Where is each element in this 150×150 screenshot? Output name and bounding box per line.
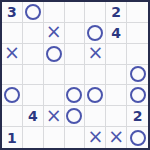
- cell-r5c7[interactable]: [127, 85, 148, 106]
- cross-mark: ×: [87, 127, 103, 146]
- clue-number: 4: [111, 25, 121, 39]
- clue-number: 1: [7, 130, 17, 144]
- cell-r6c7: 2: [127, 106, 148, 127]
- circle-mark: [130, 87, 146, 103]
- cell-r4c1[interactable]: [2, 65, 23, 86]
- cell-r3c5[interactable]: ×: [85, 44, 106, 65]
- cell-r6c1[interactable]: [2, 106, 23, 127]
- clue-number: 2: [133, 109, 143, 123]
- cell-r6c5[interactable]: [85, 106, 106, 127]
- cross-mark: ×: [87, 43, 103, 62]
- circle-mark: [46, 46, 62, 62]
- cell-r4c7[interactable]: [127, 65, 148, 86]
- cell-r1c5[interactable]: [85, 2, 106, 23]
- circle-mark: [130, 66, 146, 82]
- puzzle-board: 32×4××4×21××: [0, 0, 150, 150]
- cell-r6c4[interactable]: [65, 106, 86, 127]
- cell-r3c7[interactable]: [127, 44, 148, 65]
- cross-mark: ×: [46, 22, 62, 41]
- cell-r5c1[interactable]: [2, 85, 23, 106]
- cell-r2c4[interactable]: [65, 23, 86, 44]
- cell-r1c1: 3: [2, 2, 23, 23]
- cell-r1c4[interactable]: [65, 2, 86, 23]
- cell-r2c2[interactable]: [23, 23, 44, 44]
- clue-number: 4: [28, 109, 38, 123]
- cell-r6c3[interactable]: ×: [44, 106, 65, 127]
- circle-mark: [4, 87, 20, 103]
- cell-r2c3[interactable]: ×: [44, 23, 65, 44]
- cell-r1c7[interactable]: [127, 2, 148, 23]
- cross-mark: ×: [4, 43, 20, 62]
- cell-r1c6: 2: [106, 2, 127, 23]
- cell-r6c6[interactable]: [106, 106, 127, 127]
- circle-mark: [66, 108, 82, 124]
- cell-r5c2[interactable]: [23, 85, 44, 106]
- circle-mark: [66, 87, 82, 103]
- cell-r4c6[interactable]: [106, 65, 127, 86]
- cell-r4c5[interactable]: [85, 65, 106, 86]
- cell-r1c2[interactable]: [23, 2, 44, 23]
- cell-r3c3[interactable]: [44, 44, 65, 65]
- cell-r2c7[interactable]: [127, 23, 148, 44]
- cell-r3c2[interactable]: [23, 44, 44, 65]
- circle-mark: [87, 25, 103, 41]
- cell-r4c2[interactable]: [23, 65, 44, 86]
- cell-r4c3[interactable]: [44, 65, 65, 86]
- cell-r7c5[interactable]: ×: [85, 127, 106, 148]
- cell-r5c5[interactable]: [85, 85, 106, 106]
- cell-r7c1: 1: [2, 127, 23, 148]
- cell-r3c6[interactable]: [106, 44, 127, 65]
- cell-r4c4[interactable]: [65, 65, 86, 86]
- cell-r7c7[interactable]: [127, 127, 148, 148]
- clue-number: 2: [111, 4, 121, 18]
- cell-r7c2[interactable]: [23, 127, 44, 148]
- cell-r7c4[interactable]: [65, 127, 86, 148]
- cell-r3c1[interactable]: ×: [2, 44, 23, 65]
- circle-mark: [130, 130, 146, 146]
- cell-r3c4[interactable]: [65, 44, 86, 65]
- cell-r5c4[interactable]: [65, 85, 86, 106]
- cell-r6c2: 4: [23, 106, 44, 127]
- cell-r5c6[interactable]: [106, 85, 127, 106]
- cross-mark: ×: [46, 106, 62, 125]
- cell-r7c6[interactable]: ×: [106, 127, 127, 148]
- cell-r2c6: 4: [106, 23, 127, 44]
- cell-r7c3[interactable]: [44, 127, 65, 148]
- cross-mark: ×: [108, 127, 124, 146]
- clue-number: 3: [7, 4, 17, 18]
- circle-mark: [25, 4, 41, 20]
- circle-mark: [87, 87, 103, 103]
